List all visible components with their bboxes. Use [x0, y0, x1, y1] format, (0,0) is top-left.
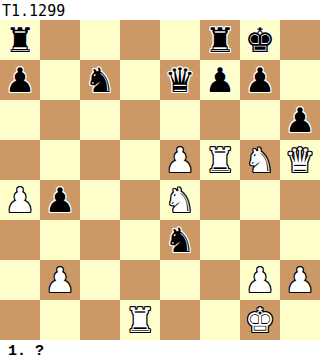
square-h8[interactable]	[280, 20, 320, 60]
square-d8[interactable]	[120, 20, 160, 60]
square-e5[interactable]: ♟	[160, 140, 200, 180]
square-b4[interactable]: ♟	[40, 180, 80, 220]
square-d6[interactable]	[120, 100, 160, 140]
square-d2[interactable]	[120, 260, 160, 300]
white-queen-piece[interactable]: ♛	[285, 140, 315, 180]
square-f8[interactable]: ♜	[200, 20, 240, 60]
square-f1[interactable]	[200, 300, 240, 340]
white-pawn-piece[interactable]: ♟	[245, 260, 275, 300]
square-c5[interactable]	[80, 140, 120, 180]
white-pawn-piece[interactable]: ♟	[165, 140, 195, 180]
square-a8[interactable]: ♜	[0, 20, 40, 60]
square-a2[interactable]	[0, 260, 40, 300]
square-d3[interactable]	[120, 220, 160, 260]
square-e4[interactable]: ♞	[160, 180, 200, 220]
square-b3[interactable]	[40, 220, 80, 260]
square-d7[interactable]	[120, 60, 160, 100]
square-b2[interactable]: ♟	[40, 260, 80, 300]
square-b6[interactable]	[40, 100, 80, 140]
square-e6[interactable]	[160, 100, 200, 140]
square-c4[interactable]	[80, 180, 120, 220]
square-h4[interactable]	[280, 180, 320, 220]
square-d4[interactable]	[120, 180, 160, 220]
white-rook-piece[interactable]: ♜	[125, 300, 155, 340]
square-d1[interactable]: ♜	[120, 300, 160, 340]
black-rook-piece[interactable]: ♜	[205, 20, 235, 60]
black-queen-piece[interactable]: ♛	[165, 60, 195, 100]
square-e2[interactable]	[160, 260, 200, 300]
white-rook-piece[interactable]: ♜	[205, 140, 235, 180]
square-b7[interactable]	[40, 60, 80, 100]
puzzle-id: T1.1299	[0, 0, 320, 20]
black-king-piece[interactable]: ♚	[245, 20, 275, 60]
square-h5[interactable]: ♛	[280, 140, 320, 180]
square-g5[interactable]: ♞	[240, 140, 280, 180]
white-king-piece[interactable]: ♚	[245, 300, 275, 340]
square-a3[interactable]	[0, 220, 40, 260]
square-e1[interactable]	[160, 300, 200, 340]
square-f7[interactable]: ♟	[200, 60, 240, 100]
square-c6[interactable]	[80, 100, 120, 140]
square-f2[interactable]	[200, 260, 240, 300]
black-pawn-piece[interactable]: ♟	[285, 100, 315, 140]
white-pawn-piece[interactable]: ♟	[285, 260, 315, 300]
square-c7[interactable]: ♞	[80, 60, 120, 100]
black-rook-piece[interactable]: ♜	[5, 20, 35, 60]
square-f6[interactable]	[200, 100, 240, 140]
black-knight-piece[interactable]: ♞	[85, 60, 115, 100]
square-g8[interactable]: ♚	[240, 20, 280, 60]
square-g3[interactable]	[240, 220, 280, 260]
square-a5[interactable]	[0, 140, 40, 180]
square-f3[interactable]	[200, 220, 240, 260]
white-pawn-piece[interactable]: ♟	[5, 180, 35, 220]
white-pawn-piece[interactable]: ♟	[45, 260, 75, 300]
square-h3[interactable]	[280, 220, 320, 260]
square-g2[interactable]: ♟	[240, 260, 280, 300]
square-g4[interactable]	[240, 180, 280, 220]
move-prompt: 1. ?	[0, 340, 320, 360]
square-c8[interactable]	[80, 20, 120, 60]
square-g6[interactable]	[240, 100, 280, 140]
square-b1[interactable]	[40, 300, 80, 340]
square-h2[interactable]: ♟	[280, 260, 320, 300]
square-a1[interactable]	[0, 300, 40, 340]
square-f5[interactable]: ♜	[200, 140, 240, 180]
square-c2[interactable]	[80, 260, 120, 300]
square-g1[interactable]: ♚	[240, 300, 280, 340]
white-knight-piece[interactable]: ♞	[165, 180, 195, 220]
square-e8[interactable]	[160, 20, 200, 60]
square-c1[interactable]	[80, 300, 120, 340]
square-a4[interactable]: ♟	[0, 180, 40, 220]
square-d5[interactable]	[120, 140, 160, 180]
chess-puzzle-page: T1.1299 ♜♜♚♟♞♛♟♟♟♟♜♞♛♟♟♞♞♟♟♟♜♚ 1. ?	[0, 0, 320, 360]
square-e7[interactable]: ♛	[160, 60, 200, 100]
black-pawn-piece[interactable]: ♟	[245, 60, 275, 100]
square-e3[interactable]: ♞	[160, 220, 200, 260]
square-b5[interactable]	[40, 140, 80, 180]
square-h1[interactable]	[280, 300, 320, 340]
black-pawn-piece[interactable]: ♟	[5, 60, 35, 100]
square-a7[interactable]: ♟	[0, 60, 40, 100]
black-knight-piece[interactable]: ♞	[165, 220, 195, 260]
square-b8[interactable]	[40, 20, 80, 60]
square-c3[interactable]	[80, 220, 120, 260]
black-pawn-piece[interactable]: ♟	[45, 180, 75, 220]
square-f4[interactable]	[200, 180, 240, 220]
square-g7[interactable]: ♟	[240, 60, 280, 100]
black-pawn-piece[interactable]: ♟	[205, 60, 235, 100]
square-h7[interactable]	[280, 60, 320, 100]
chess-board: ♜♜♚♟♞♛♟♟♟♟♜♞♛♟♟♞♞♟♟♟♜♚	[0, 20, 320, 340]
square-a6[interactable]	[0, 100, 40, 140]
square-h6[interactable]: ♟	[280, 100, 320, 140]
white-knight-piece[interactable]: ♞	[245, 140, 275, 180]
